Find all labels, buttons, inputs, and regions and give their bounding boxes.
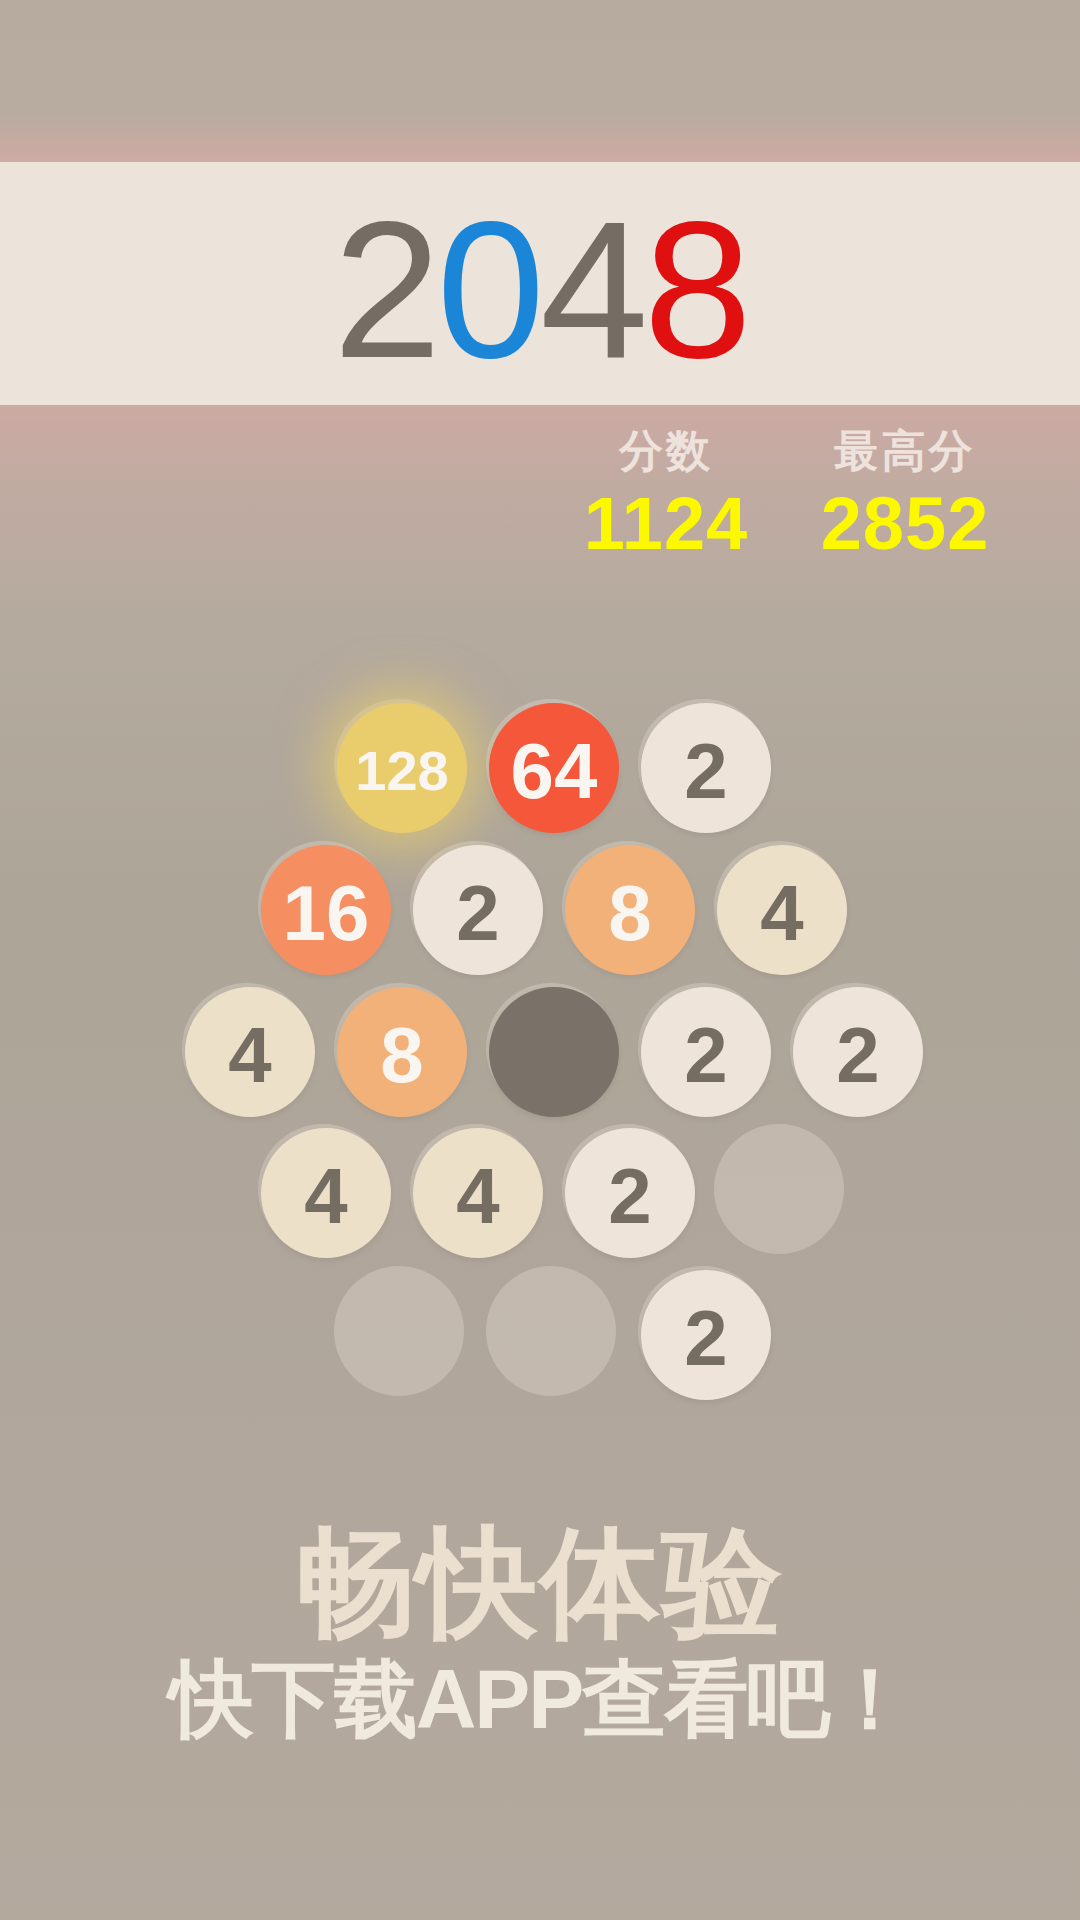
board-cell: 16 [258,841,388,971]
tile-value: 8 [608,868,651,952]
tile-value: 64 [511,726,598,810]
tile-value: 4 [228,1010,271,1094]
board-cell: 2 [562,1124,692,1254]
board-cell: 2 [790,983,920,1113]
board-cell: 4 [714,841,844,971]
board-cell [334,1266,464,1396]
board-cell: 4 [182,983,312,1113]
tile-value: 2 [684,1010,727,1094]
board-cell: 128 [334,699,464,829]
tile-value: 2 [684,1293,727,1377]
board-cell: 2 [410,841,540,971]
board-cell: 2 [638,1266,768,1396]
promo-headline: 畅快体验 [0,1522,1080,1642]
tile-4: 4 [413,1128,543,1258]
tile-2: 2 [793,987,923,1117]
board-cell: 64 [486,699,616,829]
board-cell: 8 [334,983,464,1113]
board-cell [486,1266,616,1396]
tile-4: 4 [261,1128,391,1258]
board-cell: 2 [638,983,768,1113]
empty-cell [486,1266,616,1396]
tile-64: 64 [489,703,619,833]
board-cell: 4 [410,1124,540,1254]
tile-value: 128 [355,737,448,799]
tile-4: 4 [717,845,847,975]
tile-value: 2 [456,868,499,952]
empty-cell [714,1124,844,1254]
board-cell: 2 [638,699,768,829]
tile-value: 4 [760,868,803,952]
tile-value: 4 [304,1151,347,1235]
tile-value: 8 [380,1010,423,1094]
empty-cell [334,1266,464,1396]
tile-2: 2 [565,1128,695,1258]
tile-128: 128 [337,703,467,833]
tile-2: 2 [641,703,771,833]
tile-16: 16 [261,845,391,975]
board-cell: 4 [258,1124,388,1254]
tile-value: 4 [456,1151,499,1235]
board-cell: 8 [562,841,692,971]
tile-8: 8 [337,987,467,1117]
tile-4: 4 [185,987,315,1117]
tile-2: 2 [641,987,771,1117]
tile-2: 2 [413,845,543,975]
tile-value: 16 [283,868,370,952]
tile-2: 2 [641,1270,771,1400]
tile-value: 2 [608,1151,651,1235]
tile-value: 2 [684,726,727,810]
tile-8: 8 [565,845,695,975]
tile-value: 2 [836,1010,879,1094]
download-app-prompt[interactable]: 快下载APP查看吧！ [0,1653,1080,1745]
board-cell [714,1124,844,1254]
board-cell [486,983,616,1113]
block-tile [489,987,619,1117]
